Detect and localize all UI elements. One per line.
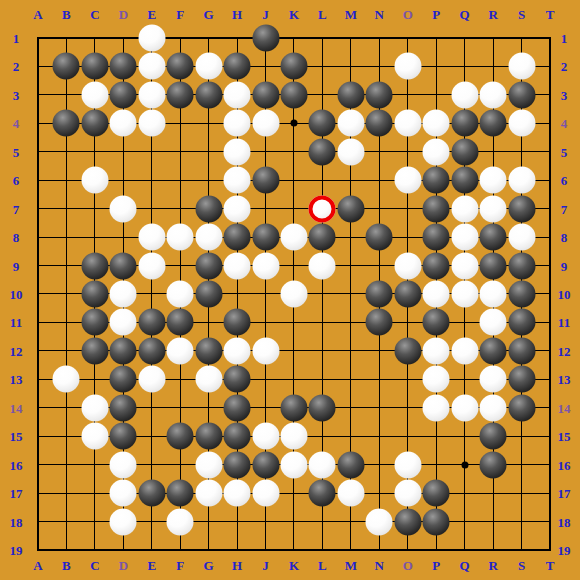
col-label-top-S: S <box>518 8 525 21</box>
row-label-right-2: 2 <box>561 60 568 73</box>
col-label-top-R: R <box>488 8 497 21</box>
row-label-right-13: 13 <box>558 373 571 386</box>
go-board-diagram: AABBCCDDEEFFGGHHJJKKLLMMNNOOPPQQRRSSTT11… <box>0 0 580 580</box>
col-label-top-L: L <box>318 8 327 21</box>
row-label-right-18: 18 <box>558 515 571 528</box>
col-label-bottom-F: F <box>176 559 184 572</box>
board-play-area[interactable] <box>38 38 550 550</box>
row-label-left-4: 4 <box>13 117 20 130</box>
row-label-left-3: 3 <box>13 88 20 101</box>
row-label-left-13: 13 <box>10 373 23 386</box>
col-label-top-H: H <box>232 8 242 21</box>
col-label-bottom-L: L <box>318 559 327 572</box>
col-label-top-P: P <box>432 8 440 21</box>
row-label-left-9: 9 <box>13 259 20 272</box>
row-label-left-17: 17 <box>10 487 23 500</box>
col-label-bottom-K: K <box>289 559 299 572</box>
row-label-left-14: 14 <box>10 401 23 414</box>
row-label-right-11: 11 <box>558 316 570 329</box>
row-label-left-8: 8 <box>13 231 20 244</box>
col-label-top-Q: Q <box>460 8 470 21</box>
row-label-left-12: 12 <box>10 344 23 357</box>
row-label-left-1: 1 <box>13 32 20 45</box>
col-label-top-M: M <box>345 8 357 21</box>
col-label-bottom-D: D <box>119 559 128 572</box>
row-label-left-19: 19 <box>10 543 23 556</box>
col-label-bottom-G: G <box>204 559 214 572</box>
col-label-bottom-B: B <box>62 559 71 572</box>
col-label-top-C: C <box>90 8 99 21</box>
row-label-left-5: 5 <box>13 145 20 158</box>
row-label-left-2: 2 <box>13 60 20 73</box>
col-label-bottom-N: N <box>375 559 384 572</box>
col-label-bottom-Q: Q <box>460 559 470 572</box>
row-label-left-10: 10 <box>10 287 23 300</box>
col-label-bottom-C: C <box>90 559 99 572</box>
col-label-bottom-T: T <box>546 559 555 572</box>
row-label-left-6: 6 <box>13 174 20 187</box>
row-label-right-16: 16 <box>558 458 571 471</box>
col-label-top-A: A <box>33 8 42 21</box>
col-label-bottom-S: S <box>518 559 525 572</box>
row-label-right-7: 7 <box>561 202 568 215</box>
row-label-right-12: 12 <box>558 344 571 357</box>
col-label-top-O: O <box>403 8 413 21</box>
row-label-right-9: 9 <box>561 259 568 272</box>
col-label-bottom-A: A <box>33 559 42 572</box>
row-label-left-15: 15 <box>10 430 23 443</box>
col-label-top-B: B <box>62 8 71 21</box>
row-label-right-15: 15 <box>558 430 571 443</box>
row-label-left-18: 18 <box>10 515 23 528</box>
row-label-right-17: 17 <box>558 487 571 500</box>
col-label-bottom-E: E <box>147 559 156 572</box>
row-label-right-19: 19 <box>558 543 571 556</box>
col-label-bottom-M: M <box>345 559 357 572</box>
col-label-bottom-H: H <box>232 559 242 572</box>
col-label-top-J: J <box>262 8 269 21</box>
col-label-bottom-R: R <box>488 559 497 572</box>
row-label-right-3: 3 <box>561 88 568 101</box>
col-label-top-K: K <box>289 8 299 21</box>
row-label-left-7: 7 <box>13 202 20 215</box>
row-label-right-4: 4 <box>561 117 568 130</box>
col-label-bottom-J: J <box>262 559 269 572</box>
col-label-top-D: D <box>119 8 128 21</box>
col-label-bottom-O: O <box>403 559 413 572</box>
row-label-right-8: 8 <box>561 231 568 244</box>
row-label-left-11: 11 <box>10 316 22 329</box>
row-label-right-10: 10 <box>558 287 571 300</box>
col-label-top-E: E <box>147 8 156 21</box>
row-label-left-16: 16 <box>10 458 23 471</box>
row-label-right-1: 1 <box>561 32 568 45</box>
row-label-right-14: 14 <box>558 401 571 414</box>
col-label-top-T: T <box>546 8 555 21</box>
col-label-bottom-P: P <box>432 559 440 572</box>
row-label-right-5: 5 <box>561 145 568 158</box>
row-label-right-6: 6 <box>561 174 568 187</box>
col-label-top-G: G <box>204 8 214 21</box>
col-label-top-N: N <box>375 8 384 21</box>
col-label-top-F: F <box>176 8 184 21</box>
